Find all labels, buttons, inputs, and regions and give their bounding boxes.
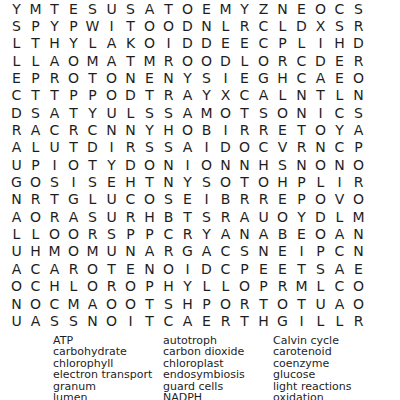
grid-cell-r5c6[interactable]: O	[102, 69, 121, 86]
grid-cell-r10c19[interactable]: O	[349, 156, 368, 173]
grid-cell-r1c6[interactable]: U	[102, 0, 121, 17]
grid-cell-r10c1[interactable]: U	[7, 156, 26, 173]
grid-cell-r2c5[interactable]: W	[83, 17, 102, 34]
grid-cell-r19c1[interactable]: U	[7, 312, 26, 329]
grid-cell-r7c8[interactable]: S	[140, 104, 159, 121]
grid-cell-r11c6[interactable]: E	[102, 173, 121, 190]
grid-cell-r17c1[interactable]: O	[7, 278, 26, 295]
grid-cell-r1c17[interactable]: O	[311, 0, 330, 17]
grid-cell-r9c16[interactable]: R	[292, 139, 311, 156]
grid-cell-r3c19[interactable]: D	[349, 35, 368, 52]
grid-cell-r3c1[interactable]: L	[7, 35, 26, 52]
grid-cell-r16c17[interactable]: S	[311, 260, 330, 277]
grid-cell-r5c9[interactable]: N	[159, 69, 178, 86]
grid-cell-r3c16[interactable]: L	[292, 35, 311, 52]
grid-cell-r13c6[interactable]: U	[102, 208, 121, 225]
grid-cell-r9c3[interactable]: U	[45, 139, 64, 156]
grid-cell-r6c4[interactable]: P	[64, 87, 83, 104]
grid-cell-r13c14[interactable]: U	[254, 208, 273, 225]
grid-cell-r8c17[interactable]: O	[311, 121, 330, 138]
grid-cell-r4c2[interactable]: L	[26, 52, 45, 69]
grid-cell-r4c18[interactable]: E	[330, 52, 349, 69]
grid-cell-r3c7[interactable]: K	[121, 35, 140, 52]
grid-cell-r19c13[interactable]: T	[235, 312, 254, 329]
grid-cell-r14c9[interactable]: C	[159, 225, 178, 242]
grid-cell-r8c19[interactable]: A	[349, 121, 368, 138]
grid-cell-r18c3[interactable]: C	[45, 295, 64, 312]
grid-cell-r11c7[interactable]: H	[121, 173, 140, 190]
grid-cell-r12c18[interactable]: V	[330, 191, 349, 208]
grid-cell-r16c4[interactable]: R	[64, 260, 83, 277]
grid-cell-r18c16[interactable]: T	[292, 295, 311, 312]
grid-cell-r10c18[interactable]: N	[330, 156, 349, 173]
grid-cell-r5c7[interactable]: N	[121, 69, 140, 86]
grid-cell-r5c5[interactable]: T	[83, 69, 102, 86]
grid-cell-r15c5[interactable]: M	[83, 243, 102, 260]
grid-cell-r13c7[interactable]: R	[121, 208, 140, 225]
grid-cell-r2c7[interactable]: T	[121, 17, 140, 34]
grid-cell-r6c3[interactable]: T	[45, 87, 64, 104]
grid-cell-r1c19[interactable]: S	[349, 0, 368, 17]
grid-cell-r16c7[interactable]: E	[121, 260, 140, 277]
grid-cell-r4c9[interactable]: R	[159, 52, 178, 69]
grid-cell-r11c9[interactable]: N	[159, 173, 178, 190]
grid-cell-r1c16[interactable]: E	[292, 0, 311, 17]
grid-cell-r15c7[interactable]: N	[121, 243, 140, 260]
grid-cell-r12c8[interactable]: O	[140, 191, 159, 208]
grid-cell-r3c10[interactable]: D	[178, 35, 197, 52]
grid-cell-r4c16[interactable]: C	[292, 52, 311, 69]
grid-cell-r1c11[interactable]: E	[197, 0, 216, 17]
grid-cell-r13c13[interactable]: A	[235, 208, 254, 225]
grid-cell-r18c13[interactable]: R	[235, 295, 254, 312]
grid-cell-r19c6[interactable]: O	[102, 312, 121, 329]
grid-cell-r12c15[interactable]: E	[273, 191, 292, 208]
grid-cell-r8c13[interactable]: R	[235, 121, 254, 138]
grid-cell-r9c4[interactable]: T	[64, 139, 83, 156]
grid-cell-r8c5[interactable]: C	[83, 121, 102, 138]
grid-cell-r16c2[interactable]: C	[26, 260, 45, 277]
grid-cell-r6c1[interactable]: C	[7, 87, 26, 104]
grid-cell-r13c19[interactable]: M	[349, 208, 368, 225]
grid-cell-r15c18[interactable]: C	[330, 243, 349, 260]
grid-cell-r14c11[interactable]: Y	[197, 225, 216, 242]
grid-cell-r4c8[interactable]: M	[140, 52, 159, 69]
grid-cell-r17c17[interactable]: L	[311, 278, 330, 295]
grid-cell-r15c2[interactable]: H	[26, 243, 45, 260]
grid-cell-r19c19[interactable]: R	[349, 312, 368, 329]
grid-cell-r6c17[interactable]: T	[311, 87, 330, 104]
grid-cell-r10c7[interactable]: D	[121, 156, 140, 173]
grid-cell-r6c19[interactable]: N	[349, 87, 368, 104]
grid-cell-r12c16[interactable]: P	[292, 191, 311, 208]
grid-cell-r6c13[interactable]: C	[235, 87, 254, 104]
grid-cell-r16c3[interactable]: A	[45, 260, 64, 277]
grid-cell-r14c1[interactable]: L	[7, 225, 26, 242]
grid-cell-r5c12[interactable]: I	[216, 69, 235, 86]
grid-cell-r8c10[interactable]: O	[178, 121, 197, 138]
grid-cell-r1c9[interactable]: T	[159, 0, 178, 17]
grid-cell-r7c12[interactable]: O	[216, 104, 235, 121]
grid-cell-r10c11[interactable]: O	[197, 156, 216, 173]
grid-cell-r5c16[interactable]: C	[292, 69, 311, 86]
grid-cell-r16c13[interactable]: P	[235, 260, 254, 277]
grid-cell-r14c17[interactable]: O	[311, 225, 330, 242]
grid-cell-r11c13[interactable]: T	[235, 173, 254, 190]
grid-cell-r7c2[interactable]: S	[26, 104, 45, 121]
grid-cell-r15c13[interactable]: S	[235, 243, 254, 260]
grid-cell-r8c11[interactable]: B	[197, 121, 216, 138]
grid-cell-r9c15[interactable]: V	[273, 139, 292, 156]
grid-cell-r1c3[interactable]: T	[45, 0, 64, 17]
grid-cell-r17c5[interactable]: O	[83, 278, 102, 295]
grid-cell-r19c16[interactable]: I	[292, 312, 311, 329]
grid-cell-r14c6[interactable]: S	[102, 225, 121, 242]
grid-cell-r15c12[interactable]: C	[216, 243, 235, 260]
grid-cell-r7c19[interactable]: S	[349, 104, 368, 121]
grid-cell-r13c1[interactable]: A	[7, 208, 26, 225]
grid-cell-r9c19[interactable]: P	[349, 139, 368, 156]
grid-cell-r6c12[interactable]: X	[216, 87, 235, 104]
grid-cell-r7c14[interactable]: S	[254, 104, 273, 121]
grid-cell-r15c9[interactable]: R	[159, 243, 178, 260]
grid-cell-r11c12[interactable]: O	[216, 173, 235, 190]
grid-cell-r16c8[interactable]: N	[140, 260, 159, 277]
grid-cell-r7c11[interactable]: M	[197, 104, 216, 121]
grid-cell-r5c2[interactable]: P	[26, 69, 45, 86]
grid-cell-r13c4[interactable]: A	[64, 208, 83, 225]
grid-cell-r19c9[interactable]: C	[159, 312, 178, 329]
grid-cell-r12c14[interactable]: R	[254, 191, 273, 208]
grid-cell-r1c12[interactable]: M	[216, 0, 235, 17]
grid-cell-r3c17[interactable]: I	[311, 35, 330, 52]
grid-cell-r9c14[interactable]: C	[254, 139, 273, 156]
grid-cell-r5c1[interactable]: E	[7, 69, 26, 86]
grid-cell-r14c4[interactable]: O	[64, 225, 83, 242]
grid-cell-r10c3[interactable]: I	[45, 156, 64, 173]
grid-cell-r10c4[interactable]: O	[64, 156, 83, 173]
grid-cell-r18c1[interactable]: N	[7, 295, 26, 312]
grid-cell-r19c12[interactable]: R	[216, 312, 235, 329]
grid-cell-r5c11[interactable]: S	[197, 69, 216, 86]
grid-cell-r1c14[interactable]: Z	[254, 0, 273, 17]
grid-cell-r10c8[interactable]: O	[140, 156, 159, 173]
grid-cell-r8c6[interactable]: N	[102, 121, 121, 138]
grid-cell-r2c18[interactable]: S	[330, 17, 349, 34]
grid-cell-r9c11[interactable]: I	[197, 139, 216, 156]
grid-cell-r12c13[interactable]: R	[235, 191, 254, 208]
grid-cell-r7c10[interactable]: A	[178, 104, 197, 121]
grid-cell-r19c5[interactable]: N	[83, 312, 102, 329]
grid-cell-r17c3[interactable]: H	[45, 278, 64, 295]
grid-cell-r4c5[interactable]: M	[83, 52, 102, 69]
grid-cell-r9c8[interactable]: S	[140, 139, 159, 156]
grid-cell-r10c12[interactable]: N	[216, 156, 235, 173]
grid-cell-r16c18[interactable]: A	[330, 260, 349, 277]
grid-cell-r19c4[interactable]: S	[64, 312, 83, 329]
grid-cell-r5c10[interactable]: Y	[178, 69, 197, 86]
grid-cell-r11c1[interactable]: G	[7, 173, 26, 190]
grid-cell-r18c17[interactable]: U	[311, 295, 330, 312]
grid-cell-r7c6[interactable]: U	[102, 104, 121, 121]
grid-cell-r2c14[interactable]: C	[254, 17, 273, 34]
grid-cell-r3c11[interactable]: D	[197, 35, 216, 52]
grid-cell-r18c4[interactable]: M	[64, 295, 83, 312]
grid-cell-r8c9[interactable]: H	[159, 121, 178, 138]
grid-cell-r3c13[interactable]: E	[235, 35, 254, 52]
grid-cell-r7c13[interactable]: T	[235, 104, 254, 121]
grid-cell-r15c4[interactable]: O	[64, 243, 83, 260]
grid-cell-r15c14[interactable]: N	[254, 243, 273, 260]
grid-cell-r2c11[interactable]: N	[197, 17, 216, 34]
grid-cell-r15c10[interactable]: G	[178, 243, 197, 260]
grid-cell-r18c7[interactable]: O	[121, 295, 140, 312]
grid-cell-r12c1[interactable]: N	[7, 191, 26, 208]
grid-cell-r11c19[interactable]: R	[349, 173, 368, 190]
grid-cell-r11c17[interactable]: L	[311, 173, 330, 190]
grid-cell-r17c13[interactable]: O	[235, 278, 254, 295]
grid-cell-r12c4[interactable]: G	[64, 191, 83, 208]
grid-cell-r8c2[interactable]: A	[26, 121, 45, 138]
grid-cell-r8c1[interactable]: R	[7, 121, 26, 138]
grid-cell-r8c14[interactable]: R	[254, 121, 273, 138]
grid-cell-r8c15[interactable]: E	[273, 121, 292, 138]
grid-cell-r17c16[interactable]: M	[292, 278, 311, 295]
grid-cell-r1c8[interactable]: A	[140, 0, 159, 17]
grid-cell-r4c17[interactable]: D	[311, 52, 330, 69]
grid-cell-r18c11[interactable]: P	[197, 295, 216, 312]
grid-cell-r2c8[interactable]: O	[140, 17, 159, 34]
grid-cell-r12c10[interactable]: E	[178, 191, 197, 208]
grid-cell-r10c10[interactable]: I	[178, 156, 197, 173]
grid-cell-r14c13[interactable]: N	[235, 225, 254, 242]
grid-cell-r19c3[interactable]: S	[45, 312, 64, 329]
grid-cell-r18c9[interactable]: S	[159, 295, 178, 312]
grid-cell-r18c19[interactable]: O	[349, 295, 368, 312]
grid-cell-r11c5[interactable]: S	[83, 173, 102, 190]
grid-cell-r10c16[interactable]: N	[292, 156, 311, 173]
grid-cell-r15c3[interactable]: M	[45, 243, 64, 260]
grid-cell-r2c1[interactable]: S	[7, 17, 26, 34]
grid-cell-r11c4[interactable]: I	[64, 173, 83, 190]
grid-cell-r18c14[interactable]: T	[254, 295, 273, 312]
grid-cell-r16c1[interactable]: A	[7, 260, 26, 277]
grid-cell-r2c15[interactable]: L	[273, 17, 292, 34]
grid-cell-r14c5[interactable]: R	[83, 225, 102, 242]
grid-cell-r12c5[interactable]: L	[83, 191, 102, 208]
grid-cell-r4c12[interactable]: D	[216, 52, 235, 69]
grid-cell-r6c15[interactable]: L	[273, 87, 292, 104]
grid-cell-r6c7[interactable]: D	[121, 87, 140, 104]
grid-cell-r3c5[interactable]: L	[83, 35, 102, 52]
grid-cell-r17c6[interactable]: R	[102, 278, 121, 295]
grid-cell-r14c18[interactable]: A	[330, 225, 349, 242]
grid-cell-r9c9[interactable]: S	[159, 139, 178, 156]
grid-cell-r10c14[interactable]: H	[254, 156, 273, 173]
grid-cell-r7c1[interactable]: D	[7, 104, 26, 121]
grid-cell-r13c2[interactable]: O	[26, 208, 45, 225]
grid-cell-r7c16[interactable]: N	[292, 104, 311, 121]
grid-cell-r2c6[interactable]: I	[102, 17, 121, 34]
grid-cell-r6c2[interactable]: T	[26, 87, 45, 104]
grid-cell-r4c7[interactable]: T	[121, 52, 140, 69]
grid-cell-r1c4[interactable]: E	[64, 0, 83, 17]
grid-cell-r12c7[interactable]: C	[121, 191, 140, 208]
grid-cell-r3c15[interactable]: P	[273, 35, 292, 52]
grid-cell-r18c12[interactable]: O	[216, 295, 235, 312]
grid-cell-r14c2[interactable]: L	[26, 225, 45, 242]
grid-cell-r9c5[interactable]: D	[83, 139, 102, 156]
grid-cell-r6c10[interactable]: A	[178, 87, 197, 104]
grid-cell-r16c10[interactable]: I	[178, 260, 197, 277]
grid-cell-r19c18[interactable]: L	[330, 312, 349, 329]
grid-cell-r6c14[interactable]: A	[254, 87, 273, 104]
grid-cell-r18c6[interactable]: O	[102, 295, 121, 312]
grid-cell-r16c14[interactable]: E	[254, 260, 273, 277]
grid-cell-r8c7[interactable]: N	[121, 121, 140, 138]
grid-cell-r16c11[interactable]: D	[197, 260, 216, 277]
grid-cell-r9c13[interactable]: O	[235, 139, 254, 156]
grid-cell-r15c19[interactable]: N	[349, 243, 368, 260]
grid-cell-r13c8[interactable]: H	[140, 208, 159, 225]
grid-cell-r4c19[interactable]: R	[349, 52, 368, 69]
grid-cell-r19c7[interactable]: I	[121, 312, 140, 329]
grid-cell-r19c10[interactable]: A	[178, 312, 197, 329]
grid-cell-r12c11[interactable]: I	[197, 191, 216, 208]
grid-cell-r17c9[interactable]: H	[159, 278, 178, 295]
grid-cell-r13c18[interactable]: L	[330, 208, 349, 225]
grid-cell-r1c18[interactable]: C	[330, 0, 349, 17]
grid-cell-r4c3[interactable]: A	[45, 52, 64, 69]
grid-cell-r1c5[interactable]: S	[83, 0, 102, 17]
grid-cell-r2c19[interactable]: R	[349, 17, 368, 34]
grid-cell-r5c13[interactable]: E	[235, 69, 254, 86]
grid-cell-r2c3[interactable]: Y	[45, 17, 64, 34]
grid-cell-r17c10[interactable]: Y	[178, 278, 197, 295]
grid-cell-r18c5[interactable]: A	[83, 295, 102, 312]
grid-cell-r18c18[interactable]: A	[330, 295, 349, 312]
grid-cell-r16c5[interactable]: O	[83, 260, 102, 277]
grid-cell-r19c8[interactable]: T	[140, 312, 159, 329]
grid-cell-r6c18[interactable]: L	[330, 87, 349, 104]
grid-cell-r7c4[interactable]: T	[64, 104, 83, 121]
grid-cell-r10c5[interactable]: T	[83, 156, 102, 173]
grid-cell-r3c4[interactable]: Y	[64, 35, 83, 52]
grid-cell-r6c9[interactable]: R	[159, 87, 178, 104]
grid-cell-r13c3[interactable]: R	[45, 208, 64, 225]
grid-cell-r15c16[interactable]: I	[292, 243, 311, 260]
grid-cell-r15c6[interactable]: U	[102, 243, 121, 260]
grid-cell-r15c1[interactable]: U	[7, 243, 26, 260]
grid-cell-r1c15[interactable]: N	[273, 0, 292, 17]
grid-cell-r6c8[interactable]: T	[140, 87, 159, 104]
grid-cell-r4c6[interactable]: A	[102, 52, 121, 69]
grid-cell-r18c8[interactable]: T	[140, 295, 159, 312]
grid-cell-r5c18[interactable]: E	[330, 69, 349, 86]
grid-cell-r5c15[interactable]: H	[273, 69, 292, 86]
grid-cell-r14c7[interactable]: P	[121, 225, 140, 242]
grid-cell-r11c8[interactable]: T	[140, 173, 159, 190]
grid-cell-r12c17[interactable]: O	[311, 191, 330, 208]
grid-cell-r10c2[interactable]: P	[26, 156, 45, 173]
grid-cell-r18c15[interactable]: O	[273, 295, 292, 312]
grid-cell-r7c5[interactable]: Y	[83, 104, 102, 121]
grid-cell-r9c18[interactable]: C	[330, 139, 349, 156]
grid-cell-r3c2[interactable]: T	[26, 35, 45, 52]
grid-cell-r9c7[interactable]: R	[121, 139, 140, 156]
grid-cell-r5c17[interactable]: A	[311, 69, 330, 86]
grid-cell-r7c7[interactable]: L	[121, 104, 140, 121]
grid-cell-r19c2[interactable]: A	[26, 312, 45, 329]
grid-cell-r13c15[interactable]: O	[273, 208, 292, 225]
grid-cell-r9c6[interactable]: I	[102, 139, 121, 156]
grid-cell-r14c15[interactable]: B	[273, 225, 292, 242]
grid-cell-r16c12[interactable]: C	[216, 260, 235, 277]
grid-cell-r4c13[interactable]: L	[235, 52, 254, 69]
grid-cell-r11c11[interactable]: S	[197, 173, 216, 190]
grid-cell-r13c9[interactable]: B	[159, 208, 178, 225]
grid-cell-r7c17[interactable]: I	[311, 104, 330, 121]
grid-cell-r12c3[interactable]: T	[45, 191, 64, 208]
grid-cell-r17c4[interactable]: L	[64, 278, 83, 295]
grid-cell-r14c14[interactable]: A	[254, 225, 273, 242]
grid-cell-r6c16[interactable]: N	[292, 87, 311, 104]
grid-cell-r4c11[interactable]: O	[197, 52, 216, 69]
grid-cell-r12c9[interactable]: S	[159, 191, 178, 208]
grid-cell-r2c12[interactable]: L	[216, 17, 235, 34]
grid-cell-r12c19[interactable]: O	[349, 191, 368, 208]
grid-cell-r5c4[interactable]: O	[64, 69, 83, 86]
grid-cell-r17c18[interactable]: C	[330, 278, 349, 295]
grid-cell-r15c8[interactable]: A	[140, 243, 159, 260]
grid-cell-r11c15[interactable]: H	[273, 173, 292, 190]
grid-cell-r9c2[interactable]: L	[26, 139, 45, 156]
grid-cell-r7c9[interactable]: S	[159, 104, 178, 121]
grid-cell-r19c15[interactable]: G	[273, 312, 292, 329]
grid-cell-r14c3[interactable]: O	[45, 225, 64, 242]
grid-cell-r5c8[interactable]: E	[140, 69, 159, 86]
grid-cell-r17c19[interactable]: O	[349, 278, 368, 295]
grid-cell-r3c9[interactable]: I	[159, 35, 178, 52]
grid-cell-r4c10[interactable]: O	[178, 52, 197, 69]
grid-cell-r2c16[interactable]: D	[292, 17, 311, 34]
grid-cell-r14c12[interactable]: A	[216, 225, 235, 242]
grid-cell-r10c9[interactable]: N	[159, 156, 178, 173]
grid-cell-r13c16[interactable]: Y	[292, 208, 311, 225]
grid-cell-r15c11[interactable]: A	[197, 243, 216, 260]
grid-cell-r17c11[interactable]: L	[197, 278, 216, 295]
grid-cell-r2c10[interactable]: D	[178, 17, 197, 34]
grid-cell-r18c2[interactable]: O	[26, 295, 45, 312]
grid-cell-r14c8[interactable]: P	[140, 225, 159, 242]
grid-cell-r3c8[interactable]: O	[140, 35, 159, 52]
grid-cell-r1c2[interactable]: M	[26, 0, 45, 17]
grid-cell-r8c8[interactable]: Y	[140, 121, 159, 138]
grid-cell-r9c12[interactable]: D	[216, 139, 235, 156]
grid-cell-r18c10[interactable]: H	[178, 295, 197, 312]
grid-cell-r17c14[interactable]: P	[254, 278, 273, 295]
grid-cell-r14c10[interactable]: R	[178, 225, 197, 242]
grid-cell-r12c6[interactable]: U	[102, 191, 121, 208]
grid-cell-r2c2[interactable]: P	[26, 17, 45, 34]
grid-cell-r7c15[interactable]: O	[273, 104, 292, 121]
grid-cell-r16c9[interactable]: O	[159, 260, 178, 277]
grid-cell-r8c12[interactable]: I	[216, 121, 235, 138]
grid-cell-r11c10[interactable]: Y	[178, 173, 197, 190]
grid-cell-r10c17[interactable]: O	[311, 156, 330, 173]
grid-cell-r3c18[interactable]: H	[330, 35, 349, 52]
grid-cell-r2c17[interactable]: X	[311, 17, 330, 34]
